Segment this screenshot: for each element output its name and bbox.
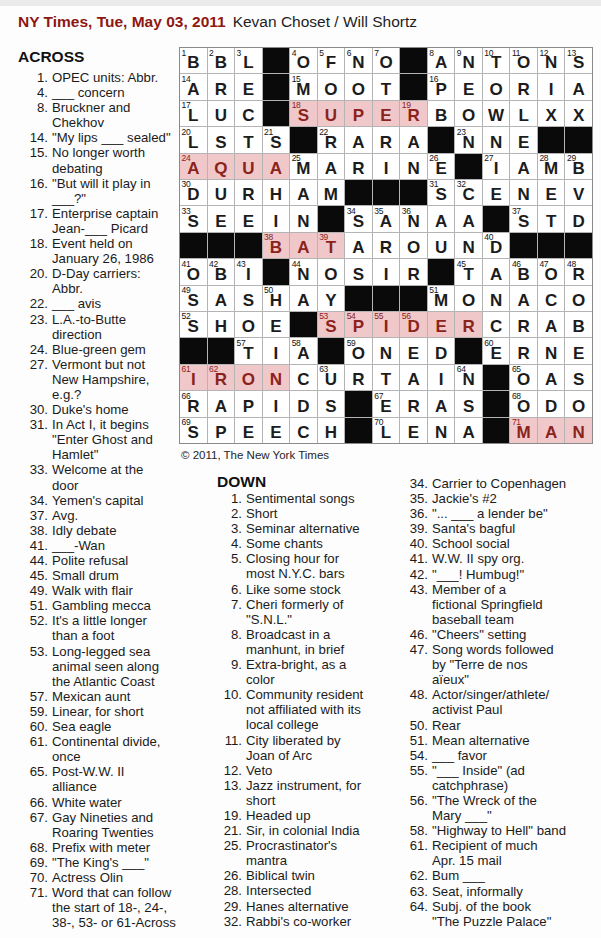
cell-letter: U [235,154,262,179]
clue-text: Duke's home [52,402,180,417]
grid-cell-r9c1[interactable]: 41O [180,259,207,284]
grid-cell-r6c11[interactable]: 32C [455,180,482,205]
grid-cell-r13c13[interactable]: 65O [510,365,537,390]
cell-letter: E [208,206,235,231]
cell-letter: E [373,101,400,126]
grid-cell-r5c7[interactable]: R [345,154,372,179]
clue-text: School social [432,536,584,551]
clue-text: Like some stock [246,582,382,597]
grid-cell-r7c10[interactable]: A [428,206,455,231]
clue-text: Community resident not affiliated with i… [246,687,382,732]
grid-cell-r3c7[interactable]: P [345,101,372,126]
grid-cell-r13c3[interactable]: O [235,365,262,390]
grid-cell-r3c6[interactable]: U [318,101,345,126]
grid-cell-r12c8[interactable]: N [373,338,400,363]
grid-cell-r13c10[interactable]: I [428,365,455,390]
cell-letter: O [510,391,537,416]
grid-cell-r5c8[interactable]: I [373,154,400,179]
clue-number: 38. [18,523,52,538]
grid-cell-r8c10[interactable]: U [428,233,455,258]
grid-cell-r4c6[interactable]: 22R [318,127,345,152]
grid-cell-r5c2[interactable]: Q [208,154,235,179]
grid-cell-r3c3[interactable]: C [235,101,262,126]
grid-cell-r3c2[interactable]: U [208,101,235,126]
grid-cell-r12c7[interactable]: 59O [345,338,372,363]
cell-letter: C [538,286,565,311]
clue-text: Subj. of the book "The Puzzle Palace" [432,899,584,929]
grid-cell-r13c6[interactable]: 63U [318,365,345,390]
grid-cell-r11c6[interactable]: 53S [318,312,345,337]
grid-cell-r10c3[interactable]: S [235,286,262,311]
grid-cell-r14c9[interactable]: R [400,391,427,416]
grid-cell-r13c7[interactable]: R [345,365,372,390]
cell-letter: D [290,391,317,416]
grid-cell-r9c3[interactable]: 43I [235,259,262,284]
cell-letter: O [510,48,537,73]
clue-number: 42. [369,567,432,582]
grid-cell-r14c11[interactable]: S [455,391,482,416]
cell-letter: R [400,259,427,284]
clue-number: 60. [18,719,52,734]
grid-cell-r8c4[interactable]: 38B [263,233,290,258]
grid-cell-r2c14[interactable]: I [538,74,565,99]
grid-cell-r5c13[interactable]: A [510,154,537,179]
grid-cell-r15c5[interactable]: C [290,418,317,443]
grid-cell-r7c4[interactable]: I [263,206,290,231]
black-cell [345,180,372,205]
cell-letter: A [290,233,317,258]
grid-cell-r1c6[interactable]: 5F [318,48,345,73]
grid-cell-r7c3[interactable]: E [235,206,262,231]
grid-cell-r15c6[interactable]: H [318,418,345,443]
grid-cell-r11c7[interactable]: 54P [345,312,372,337]
clue-number: 53. [18,644,52,689]
grid-cell-r1c14[interactable]: 12N [538,48,565,73]
black-cell [483,206,510,231]
grid-cell-r6c10[interactable]: 31S [428,180,455,205]
cell-letter: E [510,127,537,152]
grid-cell-r12c5[interactable]: 58A [290,338,317,363]
grid-cell-r7c15[interactable]: D [565,206,592,231]
clue-down-25: 25.Procrastinator's mantra [204,838,382,868]
clue-number: 34. [369,476,432,491]
cell-letter: I [373,154,400,179]
grid-cell-r7c14[interactable]: T [538,206,565,231]
down-clue-column-1: 1.Sentimental songs2.Short3.Seminar alte… [204,491,382,929]
grid-cell-r13c4[interactable]: N [263,365,290,390]
grid-cell-r8c8[interactable]: R [373,233,400,258]
cell-letter: N [455,48,482,73]
grid-cell-r7c8[interactable]: 35A [373,206,400,231]
grid-cell-r11c15[interactable]: B [565,312,592,337]
grid-cell-r15c8[interactable]: 70L [373,418,400,443]
grid-cell-r9c13[interactable]: 46B [510,259,537,284]
clue-down-13: 13.Jazz instrument, for short [204,778,382,808]
clue-across-67: 67.Gay Nineties and Roaring Twenties [18,810,180,840]
grid-cell-r2c8[interactable]: T [373,74,400,99]
clue-number: 29. [204,899,246,914]
grid-cell-r6c15[interactable]: V [565,180,592,205]
clue-number: 6. [204,582,246,597]
clue-text: ___ favor [432,748,584,763]
grid-cell-r10c14[interactable]: C [538,286,565,311]
grid-cell-r4c7[interactable]: A [345,127,372,152]
grid-cell-r14c5[interactable]: D [290,391,317,416]
grid-cell-r5c10[interactable]: 26E [428,154,455,179]
cell-letter: E [400,338,427,363]
grid-cell-r11c9[interactable]: 56D [400,312,427,337]
cell-letter: N [263,365,290,390]
grid-cell-r8c11[interactable]: N [455,233,482,258]
grid-cell-r2c11[interactable]: E [455,74,482,99]
grid-cell-r7c11[interactable]: A [455,206,482,231]
grid-cell-r5c1[interactable]: 24A [180,154,207,179]
grid-cell-r15c10[interactable]: N [428,418,455,443]
grid-cell-r14c14[interactable]: D [538,391,565,416]
grid-cell-r2c1[interactable]: 14A [180,74,207,99]
grid-cell-r14c4[interactable]: I [263,391,290,416]
grid-cell-r14c1[interactable]: 66R [180,391,207,416]
clue-number: 25. [204,838,246,868]
grid-cell-r1c8[interactable]: 7O [373,48,400,73]
grid-cell-r6c3[interactable]: R [235,180,262,205]
grid-cell-r3c15[interactable]: X [565,101,592,126]
clue-text: White water [52,795,180,810]
grid-cell-r11c2[interactable]: H [208,312,235,337]
clue-across-37: 37.Avg. [18,508,180,523]
grid-cell-r6c14[interactable]: E [538,180,565,205]
grid-cell-r12c13[interactable]: R [510,338,537,363]
clue-text: W.W. II spy org. [432,551,584,566]
grid-cell-r12c3[interactable]: 57T [235,338,262,363]
cell-letter: A [318,154,345,179]
grid-cell-r7c5[interactable]: N [290,206,317,231]
clue-across-52: 52.It's a little longer than a foot [18,613,180,643]
grid-cell-r12c12[interactable]: 60E [483,338,510,363]
cell-letter: S [565,365,592,390]
black-cell [538,127,565,152]
grid-cell-r3c9[interactable]: 19R [400,101,427,126]
grid-cell-r10c6[interactable]: Y [318,286,345,311]
cell-letter: E [565,338,592,363]
grid-cell-r3c5[interactable]: 18S [290,101,317,126]
grid-cell-r9c14[interactable]: 47O [538,259,565,284]
grid-cell-r5c4[interactable]: A [263,154,290,179]
grid-cell-r7c9[interactable]: 36N [400,206,427,231]
grid-cell-r11c3[interactable]: O [235,312,262,337]
cell-letter: I [180,365,207,390]
grid-cell-r12c9[interactable]: E [400,338,427,363]
cell-letter: D [483,233,510,258]
grid-cell-r1c12[interactable]: 10T [483,48,510,73]
grid-cell-r5c14[interactable]: 28M [538,154,565,179]
cell-letter: H [263,180,290,205]
grid-cell-r6c2[interactable]: U [208,180,235,205]
across-clue-list: 1.OPEC units: Abbr.4.___ concern8.Bruckn… [18,70,180,930]
grid-cell-r14c6[interactable]: S [318,391,345,416]
grid-cell-r1c10[interactable]: 8A [428,48,455,73]
grid-cell-r2c12[interactable]: O [483,74,510,99]
grid-cell-r2c10[interactable]: 16P [428,74,455,99]
grid-cell-r5c5[interactable]: 25M [290,154,317,179]
cell-letter: D [400,312,427,337]
grid-cell-r7c7[interactable]: 34S [345,206,372,231]
grid-cell-r10c5[interactable]: A [290,286,317,311]
grid-cell-r3c13[interactable]: L [510,101,537,126]
grid-cell-r1c15[interactable]: 13S [565,48,592,73]
clue-down-34: 34.Carrier to Copenhagen [369,476,584,491]
black-cell [510,233,537,258]
clue-text: Actor/singer/athlete/ activist Paul [432,687,584,717]
clue-text: Bruckner and Chekhov [52,100,180,130]
grid-cell-r10c4[interactable]: 50H [263,286,290,311]
grid-cell-r11c14[interactable]: A [538,312,565,337]
grid-cell-r4c12[interactable]: N [483,127,510,152]
grid-cell-r3c1[interactable]: 17L [180,101,207,126]
grid-cell-r14c13[interactable]: 68O [510,391,537,416]
grid-cell-r10c10[interactable]: 51M [428,286,455,311]
cell-letter: C [290,418,317,443]
cell-letter: A [180,74,207,99]
grid-cell-r4c4[interactable]: 21S [263,127,290,152]
black-cell [400,180,427,205]
grid-cell-r14c10[interactable]: A [428,391,455,416]
clue-across-45: 45.Small drum [18,568,180,583]
grid-cell-r15c14[interactable]: A [538,418,565,443]
grid-cell-r15c4[interactable]: E [263,418,290,443]
grid-cell-r9c2[interactable]: 42B [208,259,235,284]
clue-text: Word that can follow the start of 18-, 2… [52,885,180,930]
black-cell [428,127,455,152]
grid-cell-r8c12[interactable]: 40D [483,233,510,258]
grid-cell-r14c15[interactable]: O [565,391,592,416]
cell-letter: B [208,48,235,73]
grid-cell-r12c4[interactable]: I [263,338,290,363]
cell-letter: W [483,101,510,126]
grid-cell-r11c8[interactable]: 55I [373,312,400,337]
grid-cell-r4c8[interactable]: R [373,127,400,152]
grid-cell-r1c5[interactable]: 4O [290,48,317,73]
grid-cell-r13c1[interactable]: 61I [180,365,207,390]
cell-letter: A [208,286,235,311]
grid-cell-r12c10[interactable]: D [428,338,455,363]
clue-text: "But will it play in ___?" [52,176,180,206]
cell-letter: O [565,391,592,416]
clue-text: Small drum [52,568,180,583]
grid-cell-r9c5[interactable]: 44N [290,259,317,284]
clue-text: Yemen's capital [52,493,180,508]
clue-down-28: 28.Intersected [204,883,382,898]
grid-cell-r12c15[interactable]: E [565,338,592,363]
grid-cell-r6c5[interactable]: A [290,180,317,205]
cell-letter: S [318,391,345,416]
black-cell [400,48,427,73]
grid-cell-r2c5[interactable]: 15M [290,74,317,99]
grid-cell-r9c6[interactable]: O [318,259,345,284]
grid-cell-r4c9[interactable]: A [400,127,427,152]
grid-cell-r13c11[interactable]: 64N [455,365,482,390]
clue-down-58: 58."Highway to Hell" band [369,823,584,838]
grid-cell-r9c12[interactable]: A [483,259,510,284]
grid-cell-r3c8[interactable]: E [373,101,400,126]
grid-cell-r1c11[interactable]: 9N [455,48,482,73]
grid-cell-r13c9[interactable]: A [400,365,427,390]
cell-letter: D [538,391,565,416]
grid-cell-r3c10[interactable]: B [428,101,455,126]
grid-cell-r15c9[interactable]: E [400,418,427,443]
grid-cell-r11c12[interactable]: C [483,312,510,337]
grid-cell-r1c7[interactable]: 6N [345,48,372,73]
grid-cell-r11c11[interactable]: R [455,312,482,337]
grid-cell-r5c6[interactable]: A [318,154,345,179]
cell-letter: S [290,101,317,126]
grid-cell-r7c2[interactable]: E [208,206,235,231]
cell-letter: N [290,259,317,284]
grid-cell-r3c11[interactable]: O [455,101,482,126]
clue-text: "___! Humbug!" [432,567,584,582]
clue-number: 51. [18,598,52,613]
clue-down-41: 41.W.W. II spy org. [369,551,584,566]
clue-number: 3. [204,521,246,536]
grid-cell-r5c3[interactable]: U [235,154,262,179]
grid-cell-r14c2[interactable]: A [208,391,235,416]
grid-cell-r10c13[interactable]: A [510,286,537,311]
grid-cell-r2c13[interactable]: R [510,74,537,99]
black-cell [428,259,455,284]
clue-number: 67. [18,810,52,840]
grid-cell-r4c13[interactable]: E [510,127,537,152]
grid-cell-r13c8[interactable]: T [373,365,400,390]
clue-text: Linear, for short [52,704,180,719]
grid-cell-r10c11[interactable]: O [455,286,482,311]
grid-cell-r10c12[interactable]: N [483,286,510,311]
clue-number: 54. [369,748,432,763]
grid-cell-r15c11[interactable]: A [455,418,482,443]
clue-text: Rear [432,718,584,733]
clue-text: L.A.-to-Butte direction [52,312,180,342]
grid-cell-r5c15[interactable]: 29B [565,154,592,179]
grid-cell-r1c1[interactable]: 1B [180,48,207,73]
grid-cell-r6c1[interactable]: 30D [180,180,207,205]
clue-text: D-Day carriers: Abbr. [52,266,180,296]
grid-cell-r9c15[interactable]: 48R [565,259,592,284]
black-cell [373,286,400,311]
cell-letter: Y [318,286,345,311]
cell-letter: N [455,127,482,152]
cell-letter: X [565,101,592,126]
grid-cell-r12c14[interactable]: N [538,338,565,363]
cell-letter: I [263,338,290,363]
grid-cell-r2c15[interactable]: A [565,74,592,99]
grid-cell-r2c7[interactable]: O [345,74,372,99]
clue-text: "... ___ a lender be" [432,506,584,521]
grid-cell-r1c13[interactable]: 11O [510,48,537,73]
grid-cell-r10c2[interactable]: A [208,286,235,311]
grid-cell-r4c1[interactable]: 20L [180,127,207,152]
cell-letter: A [428,48,455,73]
grid-cell-r4c11[interactable]: 23N [455,127,482,152]
grid-cell-r7c1[interactable]: 33S [180,206,207,231]
grid-cell-r5c9[interactable]: N [400,154,427,179]
clue-down-9: 9.Extra-bright, as a color [204,657,382,687]
grid-cell-r9c11[interactable]: 45T [455,259,482,284]
grid-cell-r15c15[interactable]: N [565,418,592,443]
grid-cell-r1c2[interactable]: 2B [208,48,235,73]
black-cell [455,338,482,363]
grid-cell-r8c7[interactable]: A [345,233,372,258]
grid-cell-r8c9[interactable]: O [400,233,427,258]
grid-cell-r6c4[interactable]: H [263,180,290,205]
grid-cell-r7c13[interactable]: 37S [510,206,537,231]
grid-cell-r5c12[interactable]: 27I [483,154,510,179]
grid-cell-r13c15[interactable]: S [565,365,592,390]
grid-cell-r13c5[interactable]: C [290,365,317,390]
grid-cell-r4c2[interactable]: S [208,127,235,152]
clue-number: 41. [369,551,432,566]
clue-down-32: 32.Rabbi's co-worker [204,914,382,929]
grid-cell-r3c14[interactable]: X [538,101,565,126]
grid-cell-r4c3[interactable]: T [235,127,262,152]
grid-cell-r11c1[interactable]: 52S [180,312,207,337]
cell-letter: E [263,418,290,443]
cell-letter: N [428,418,455,443]
grid-cell-r8c6[interactable]: 39T [318,233,345,258]
grid-cell-r15c3[interactable]: E [235,418,262,443]
clue-across-44: 44.Polite refusal [18,553,180,568]
grid-cell-r11c10[interactable]: E [428,312,455,337]
grid-cell-r1c3[interactable]: 3L [235,48,262,73]
grid-cell-r3c12[interactable]: W [483,101,510,126]
grid-cell-r10c1[interactable]: 49S [180,286,207,311]
grid-cell-r10c15[interactable]: O [565,286,592,311]
cell-letter: R [400,101,427,126]
grid-cell-r9c9[interactable]: R [400,259,427,284]
clue-text: "The King's ___" [52,855,180,870]
cell-letter: L [180,127,207,152]
grid-cell-r9c7[interactable]: S [345,259,372,284]
cell-letter: O [290,48,317,73]
grid-cell-r6c12[interactable]: E [483,180,510,205]
cell-letter: S [510,206,537,231]
clue-down-54: 54.___ favor [369,748,584,763]
grid-cell-r6c6[interactable]: M [318,180,345,205]
grid-cell-r8c5[interactable]: A [290,233,317,258]
grid-cell-r11c13[interactable]: R [510,312,537,337]
grid-cell-r13c2[interactable]: 62R [208,365,235,390]
clue-number: 47. [369,642,432,687]
grid-cell-r14c3[interactable]: P [235,391,262,416]
grid-cell-r2c2[interactable]: R [208,74,235,99]
grid-cell-r15c13[interactable]: 71M [510,418,537,443]
clue-number: 39. [369,521,432,536]
cell-letter: C [290,365,317,390]
grid-cell-r15c1[interactable]: 69S [180,418,207,443]
grid-cell-r2c6[interactable]: O [318,74,345,99]
cell-letter: O [345,338,372,363]
cell-letter: A [538,312,565,337]
clue-number: 63. [369,884,432,899]
clue-text: ___-Wan [52,538,180,553]
grid-cell-r14c8[interactable]: 67E [373,391,400,416]
cell-letter: V [565,180,592,205]
clue-down-4: 4.Some chants [204,536,382,551]
grid-cell-r15c2[interactable]: P [208,418,235,443]
grid-cell-r13c14[interactable]: A [538,365,565,390]
grid-cell-r9c8[interactable]: I [373,259,400,284]
grid-cell-r11c4[interactable]: E [263,312,290,337]
grid-cell-r2c3[interactable]: E [235,74,262,99]
grid-cell-r6c13[interactable]: N [510,180,537,205]
